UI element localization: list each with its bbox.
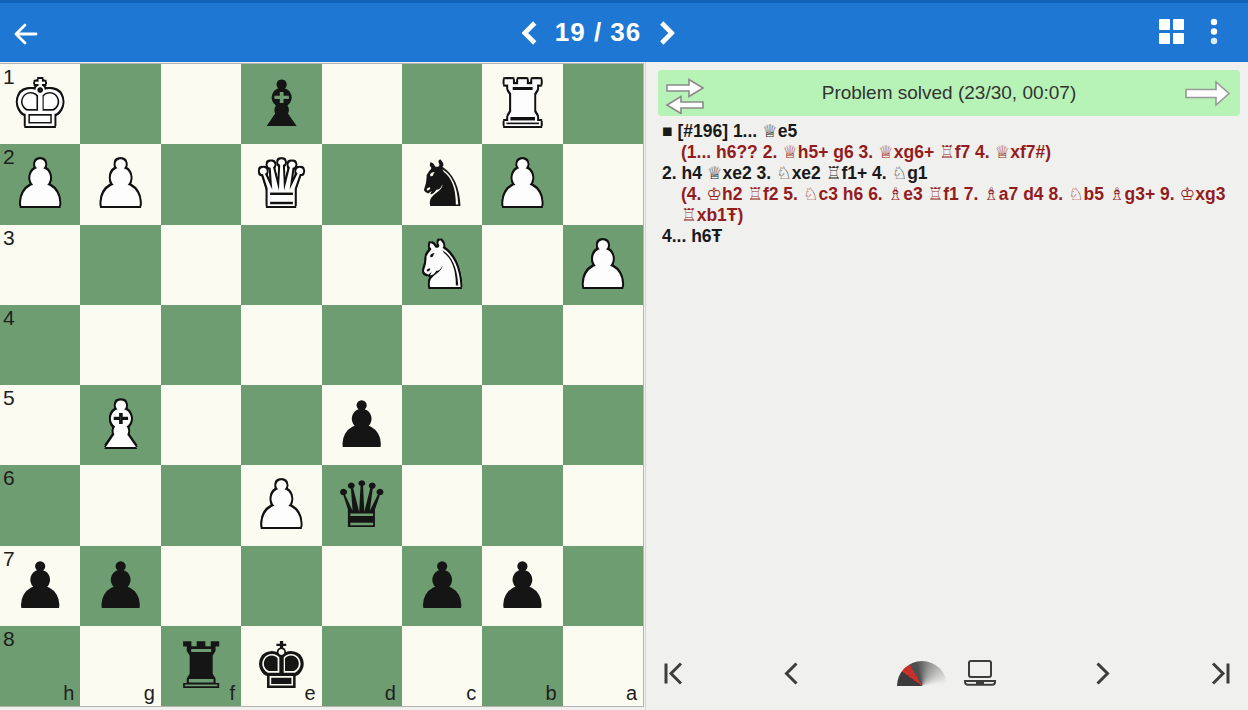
square-e2[interactable]: ♛ xyxy=(241,144,321,224)
go-to-end-button[interactable] xyxy=(1208,660,1234,687)
gauge-icon xyxy=(897,661,947,686)
square-f4[interactable] xyxy=(161,305,241,385)
square-a2[interactable] xyxy=(563,144,643,224)
square-e4[interactable] xyxy=(241,305,321,385)
square-h8[interactable]: 8h xyxy=(0,626,80,706)
square-c7[interactable]: ♟ xyxy=(402,546,482,626)
white-pawn: ♟ xyxy=(253,473,310,537)
chevron-right-icon xyxy=(1094,675,1112,690)
next-move-button[interactable] xyxy=(1094,660,1112,687)
overflow-menu-button[interactable] xyxy=(1210,18,1218,46)
rank-label-1: 1 xyxy=(3,65,15,89)
rank-label-6: 6 xyxy=(3,466,15,490)
square-g7[interactable]: ♟ xyxy=(80,546,160,626)
square-h4[interactable]: 4 xyxy=(0,305,80,385)
previous-move-button[interactable] xyxy=(782,660,800,687)
square-f2[interactable] xyxy=(161,144,241,224)
status-message: Problem solved (23/30, 00:07) xyxy=(658,70,1240,116)
engine-strength-button[interactable] xyxy=(897,661,947,686)
top-app-bar: 19 / 36 xyxy=(0,0,1248,62)
rank-label-7: 7 xyxy=(3,547,15,571)
square-f7[interactable] xyxy=(161,546,241,626)
square-a3[interactable]: ♟ xyxy=(563,225,643,305)
square-a8[interactable]: a xyxy=(563,626,643,706)
square-f8[interactable]: ♜f xyxy=(161,626,241,706)
square-e7[interactable] xyxy=(241,546,321,626)
chevron-left-icon xyxy=(782,675,800,690)
next-problem-button[interactable] xyxy=(658,21,674,45)
square-g3[interactable] xyxy=(80,225,160,305)
square-a7[interactable] xyxy=(563,546,643,626)
rank-label-4: 4 xyxy=(3,306,15,330)
square-c1[interactable] xyxy=(402,64,482,144)
square-d6[interactable]: ♛ xyxy=(322,465,402,545)
skip-to-start-icon xyxy=(660,675,686,690)
square-g8[interactable]: g xyxy=(80,626,160,706)
square-b4[interactable] xyxy=(482,305,562,385)
white-rook: ♜ xyxy=(494,72,551,136)
square-b3[interactable] xyxy=(482,225,562,305)
square-e1[interactable]: ♝ xyxy=(241,64,321,144)
square-f5[interactable] xyxy=(161,385,241,465)
square-c6[interactable] xyxy=(402,465,482,545)
previous-problem-button[interactable] xyxy=(522,21,538,45)
square-h7[interactable]: ♟7 xyxy=(0,546,80,626)
file-label-f: f xyxy=(230,682,236,705)
problem-counter: 19 / 36 xyxy=(555,17,642,48)
status-banner: Problem solved (23/30, 00:07) xyxy=(658,70,1240,116)
rank-label-5: 5 xyxy=(3,386,15,410)
square-e6[interactable]: ♟ xyxy=(241,465,321,545)
square-g2[interactable]: ♟ xyxy=(80,144,160,224)
square-c5[interactable] xyxy=(402,385,482,465)
square-d1[interactable] xyxy=(322,64,402,144)
file-label-e: e xyxy=(304,682,315,705)
go-to-start-button[interactable] xyxy=(660,660,686,687)
laptop-icon xyxy=(962,676,998,691)
square-d4[interactable] xyxy=(322,305,402,385)
square-h6[interactable]: 6 xyxy=(0,465,80,545)
move-line-2[interactable]: (1... h6?? 2. ♕h5+ g6 3. ♕xg6+ ♖f7 4. ♕x… xyxy=(662,142,1240,163)
square-c2[interactable]: ♞ xyxy=(402,144,482,224)
problem-navigator: 19 / 36 xyxy=(522,3,675,62)
square-h2[interactable]: ♟2 xyxy=(0,144,80,224)
move-line-4[interactable]: (4. ♔h2 ♖f2 5. ♘c3 h6 6. ♗e3 ♖f1 7. ♗a7 … xyxy=(662,184,1240,205)
square-f1[interactable] xyxy=(161,64,241,144)
rank-label-3: 3 xyxy=(3,226,15,250)
square-g4[interactable] xyxy=(80,305,160,385)
square-c4[interactable] xyxy=(402,305,482,385)
three-dots-icon xyxy=(1210,34,1218,49)
square-e3[interactable] xyxy=(241,225,321,305)
back-button[interactable] xyxy=(12,20,40,48)
square-e5[interactable] xyxy=(241,385,321,465)
square-d8[interactable]: d xyxy=(322,626,402,706)
chevron-left-icon xyxy=(522,33,538,48)
chevron-right-icon xyxy=(658,33,674,48)
square-d3[interactable] xyxy=(322,225,402,305)
black-pawn: ♟ xyxy=(413,554,470,618)
white-pawn: ♟ xyxy=(92,152,149,216)
square-d2[interactable] xyxy=(322,144,402,224)
engine-tools xyxy=(897,658,998,688)
square-g6[interactable] xyxy=(80,465,160,545)
black-pawn: ♟ xyxy=(494,554,551,618)
black-pawn: ♟ xyxy=(92,554,149,618)
square-b6[interactable] xyxy=(482,465,562,545)
white-pawn: ♟ xyxy=(12,152,69,216)
move-line-5[interactable]: ♖xb1Ŧ) xyxy=(662,205,1240,226)
square-g1[interactable] xyxy=(80,64,160,144)
square-h3[interactable]: 3 xyxy=(0,225,80,305)
square-c8[interactable]: c xyxy=(402,626,482,706)
square-h5[interactable]: 5 xyxy=(0,385,80,465)
square-b8[interactable]: b xyxy=(482,626,562,706)
rank-label-8: 8 xyxy=(3,627,15,651)
black-queen: ♛ xyxy=(333,473,390,537)
black-bishop: ♝ xyxy=(253,72,310,136)
square-c3[interactable]: ♞ xyxy=(402,225,482,305)
square-d7[interactable] xyxy=(322,546,402,626)
square-h1[interactable]: ♚1 xyxy=(0,64,80,144)
square-b1[interactable]: ♜ xyxy=(482,64,562,144)
black-king: ♚ xyxy=(253,634,310,698)
move-line-6[interactable]: 4... h6Ŧ xyxy=(662,226,1240,247)
analysis-panel: Problem solved (23/30, 00:07) ■ [#196] 1… xyxy=(645,62,1248,710)
file-label-d: d xyxy=(385,682,396,705)
black-rook: ♜ xyxy=(172,634,229,698)
white-bishop: ♝ xyxy=(92,393,149,457)
square-b7[interactable]: ♟ xyxy=(482,546,562,626)
square-b5[interactable] xyxy=(482,385,562,465)
white-king: ♚ xyxy=(12,72,69,136)
skip-to-end-icon xyxy=(1208,675,1234,690)
square-g5[interactable]: ♝ xyxy=(80,385,160,465)
square-a6[interactable] xyxy=(563,465,643,545)
rank-label-2: 2 xyxy=(3,145,15,169)
file-label-c: c xyxy=(466,682,476,705)
square-a5[interactable] xyxy=(563,385,643,465)
square-f3[interactable] xyxy=(161,225,241,305)
next-problem-arrow-button[interactable] xyxy=(1184,80,1231,107)
chess-board[interactable]: ♚1♝♜♟2♟♛♞♟3♞♟45♝♟6♟♛♟7♟♟♟8hg♜f♚edcba xyxy=(0,63,644,707)
file-label-a: a xyxy=(626,682,637,705)
white-pawn: ♟ xyxy=(494,152,551,216)
grid-view-button[interactable] xyxy=(1159,19,1184,44)
white-knight: ♞ xyxy=(413,233,470,297)
square-d5[interactable]: ♟ xyxy=(322,385,402,465)
square-b2[interactable]: ♟ xyxy=(482,144,562,224)
square-f6[interactable] xyxy=(161,465,241,545)
file-label-g: g xyxy=(144,682,155,705)
playback-toolbar xyxy=(660,652,1234,694)
back-arrow-icon xyxy=(12,36,40,51)
black-knight: ♞ xyxy=(413,152,470,216)
file-label-h: h xyxy=(63,682,74,705)
computer-analysis-button[interactable] xyxy=(962,658,998,688)
square-a4[interactable] xyxy=(563,305,643,385)
black-pawn: ♟ xyxy=(12,554,69,618)
move-line-1[interactable]: ■ [#196] 1... ♕e5 xyxy=(662,121,1240,142)
black-pawn: ♟ xyxy=(333,393,390,457)
white-queen: ♛ xyxy=(253,152,310,216)
square-a1[interactable] xyxy=(563,64,643,144)
move-line-3[interactable]: 2. h4 ♕xe2 3. ♘xe2 ♖f1+ 4. ♘g1 xyxy=(662,163,1240,184)
file-label-b: b xyxy=(546,682,557,705)
white-pawn: ♟ xyxy=(574,233,631,297)
arrow-right-icon xyxy=(1184,95,1231,110)
square-e8[interactable]: ♚e xyxy=(241,626,321,706)
grid-icon xyxy=(1159,32,1184,47)
move-list: ■ [#196] 1... ♕e5(1... h6?? 2. ♕h5+ g6 3… xyxy=(662,121,1240,247)
